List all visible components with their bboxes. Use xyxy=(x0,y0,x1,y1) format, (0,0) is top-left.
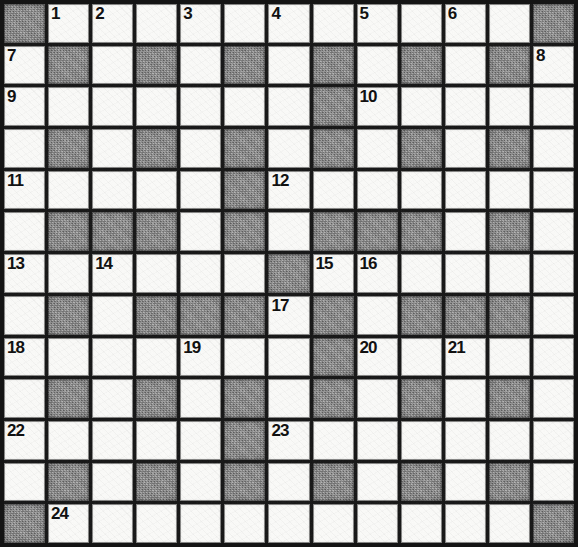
clue-number: 2 xyxy=(95,5,103,23)
crossword-cell[interactable] xyxy=(48,338,89,377)
crossword-cell[interactable] xyxy=(445,379,486,418)
crossword-cell[interactable] xyxy=(92,87,133,126)
crossword-cell[interactable] xyxy=(489,338,530,377)
crossword-cell[interactable] xyxy=(401,171,442,210)
crossword-cell[interactable] xyxy=(180,421,221,460)
crossword-cell[interactable] xyxy=(401,254,442,293)
blocked-cell xyxy=(92,212,133,251)
blocked-cell xyxy=(533,504,574,543)
crossword-cell[interactable] xyxy=(268,212,309,251)
blocked-cell xyxy=(48,46,89,85)
crossword-cell[interactable] xyxy=(92,296,133,335)
crossword-cell[interactable]: 21 xyxy=(445,338,486,377)
crossword-cell[interactable] xyxy=(313,504,354,543)
crossword-cell[interactable] xyxy=(268,87,309,126)
crossword-board: 123456789101112131415161718192021222324 xyxy=(0,0,578,547)
crossword-cell[interactable]: 5 xyxy=(357,4,398,43)
crossword-cell[interactable] xyxy=(533,296,574,335)
crossword-cell[interactable] xyxy=(445,421,486,460)
crossword-cell[interactable] xyxy=(180,254,221,293)
blocked-cell xyxy=(136,463,177,502)
crossword-cell[interactable] xyxy=(357,129,398,168)
clue-number: 15 xyxy=(316,255,333,273)
clue-number: 19 xyxy=(183,339,200,357)
crossword-cell[interactable] xyxy=(92,463,133,502)
crossword-cell[interactable]: 17 xyxy=(268,296,309,335)
clue-number: 17 xyxy=(271,297,288,315)
blocked-cell xyxy=(533,4,574,43)
crossword-cell[interactable] xyxy=(48,87,89,126)
crossword-cell[interactable]: 23 xyxy=(268,421,309,460)
crossword-cell[interactable] xyxy=(92,379,133,418)
clue-number: 20 xyxy=(360,339,377,357)
crossword-cell[interactable] xyxy=(4,463,45,502)
clue-number: 16 xyxy=(360,255,377,273)
crossword-cell[interactable] xyxy=(92,129,133,168)
crossword-cell[interactable] xyxy=(180,46,221,85)
blocked-cell xyxy=(313,212,354,251)
crossword-cell[interactable] xyxy=(357,421,398,460)
crossword-cell[interactable] xyxy=(489,254,530,293)
crossword-cell[interactable]: 16 xyxy=(357,254,398,293)
crossword-cell[interactable] xyxy=(268,338,309,377)
clue-number: 1 xyxy=(51,5,59,23)
crossword-cell[interactable] xyxy=(268,46,309,85)
crossword-cell[interactable]: 13 xyxy=(4,254,45,293)
crossword-cell[interactable] xyxy=(357,463,398,502)
blocked-cell xyxy=(224,296,265,335)
crossword-cell[interactable] xyxy=(533,379,574,418)
blocked-cell xyxy=(489,296,530,335)
blocked-cell xyxy=(445,296,486,335)
crossword-cell[interactable]: 2 xyxy=(92,4,133,43)
clue-number: 22 xyxy=(7,422,24,440)
blocked-cell xyxy=(313,379,354,418)
blocked-cell xyxy=(48,296,89,335)
blocked-cell xyxy=(401,46,442,85)
crossword-cell[interactable]: 14 xyxy=(92,254,133,293)
crossword-cell[interactable] xyxy=(401,87,442,126)
crossword-cell[interactable] xyxy=(224,254,265,293)
crossword-cell[interactable] xyxy=(136,171,177,210)
crossword-cell[interactable] xyxy=(533,129,574,168)
blocked-cell xyxy=(401,463,442,502)
crossword-cell[interactable] xyxy=(357,296,398,335)
crossword-cell[interactable] xyxy=(533,212,574,251)
crossword-cell[interactable]: 19 xyxy=(180,338,221,377)
clue-number: 12 xyxy=(271,172,288,190)
crossword-cell[interactable] xyxy=(533,87,574,126)
blocked-cell xyxy=(489,46,530,85)
crossword-cell[interactable] xyxy=(268,129,309,168)
crossword-cell[interactable] xyxy=(224,504,265,543)
crossword-cell[interactable]: 11 xyxy=(4,171,45,210)
clue-number: 9 xyxy=(7,88,15,106)
blocked-cell xyxy=(489,379,530,418)
crossword-cell[interactable] xyxy=(401,504,442,543)
crossword-cell[interactable] xyxy=(136,87,177,126)
crossword-cell[interactable]: 4 xyxy=(268,4,309,43)
crossword-cell[interactable] xyxy=(180,171,221,210)
blocked-cell xyxy=(48,379,89,418)
blocked-cell xyxy=(48,212,89,251)
crossword-cell[interactable]: 22 xyxy=(4,421,45,460)
crossword-cell[interactable] xyxy=(224,4,265,43)
crossword-cell[interactable] xyxy=(92,338,133,377)
blocked-cell xyxy=(313,87,354,126)
crossword-cell[interactable] xyxy=(136,254,177,293)
blocked-cell xyxy=(401,129,442,168)
crossword-cell[interactable] xyxy=(489,171,530,210)
crossword-cell[interactable] xyxy=(533,463,574,502)
clue-number: 13 xyxy=(7,255,24,273)
blocked-cell xyxy=(4,504,45,543)
crossword-cell[interactable] xyxy=(313,4,354,43)
blocked-cell xyxy=(224,421,265,460)
blocked-cell xyxy=(224,129,265,168)
crossword-cell[interactable] xyxy=(533,338,574,377)
crossword-cell[interactable] xyxy=(445,87,486,126)
crossword-cell[interactable] xyxy=(136,504,177,543)
crossword-cell[interactable] xyxy=(445,504,486,543)
blocked-cell xyxy=(489,463,530,502)
crossword-cell[interactable] xyxy=(401,421,442,460)
crossword-cell[interactable] xyxy=(180,212,221,251)
clue-number: 18 xyxy=(7,339,24,357)
crossword-cell[interactable] xyxy=(48,171,89,210)
clue-number: 3 xyxy=(183,5,191,23)
clue-number: 21 xyxy=(448,339,465,357)
crossword-cell[interactable] xyxy=(92,504,133,543)
crossword-cell[interactable] xyxy=(268,504,309,543)
blocked-cell xyxy=(313,129,354,168)
crossword-cell[interactable]: 7 xyxy=(4,46,45,85)
blocked-cell xyxy=(313,463,354,502)
crossword-cell[interactable]: 6 xyxy=(445,4,486,43)
crossword-cell[interactable] xyxy=(533,254,574,293)
blocked-cell xyxy=(136,129,177,168)
crossword-cell[interactable] xyxy=(136,4,177,43)
crossword-cell[interactable] xyxy=(4,379,45,418)
blocked-cell xyxy=(136,379,177,418)
crossword-cell[interactable] xyxy=(533,421,574,460)
crossword-cell[interactable] xyxy=(224,338,265,377)
crossword-cell[interactable] xyxy=(180,87,221,126)
crossword-cell[interactable] xyxy=(489,421,530,460)
crossword-cell[interactable] xyxy=(180,379,221,418)
blocked-cell xyxy=(136,46,177,85)
crossword-cell[interactable]: 24 xyxy=(48,504,89,543)
crossword-cell[interactable]: 18 xyxy=(4,338,45,377)
blocked-cell xyxy=(224,212,265,251)
blocked-cell xyxy=(4,4,45,43)
blocked-cell xyxy=(401,296,442,335)
crossword-cell[interactable] xyxy=(357,379,398,418)
crossword-cell[interactable] xyxy=(224,87,265,126)
clue-number: 5 xyxy=(360,5,368,23)
crossword-cell[interactable] xyxy=(313,171,354,210)
crossword-cell[interactable] xyxy=(136,338,177,377)
clue-number: 8 xyxy=(536,47,544,65)
crossword-cell[interactable] xyxy=(445,46,486,85)
blocked-cell xyxy=(180,296,221,335)
blocked-cell xyxy=(224,171,265,210)
crossword-cell[interactable] xyxy=(48,421,89,460)
blocked-cell xyxy=(136,296,177,335)
crossword-cell[interactable]: 3 xyxy=(180,4,221,43)
crossword-cell[interactable] xyxy=(313,421,354,460)
blocked-cell xyxy=(313,338,354,377)
blocked-cell xyxy=(313,296,354,335)
blocked-cell xyxy=(489,212,530,251)
crossword-cell[interactable]: 15 xyxy=(313,254,354,293)
blocked-cell xyxy=(313,46,354,85)
clue-number: 23 xyxy=(271,422,288,440)
crossword-cell[interactable] xyxy=(445,171,486,210)
crossword-cell[interactable] xyxy=(401,4,442,43)
crossword-cell[interactable] xyxy=(445,463,486,502)
clue-number: 14 xyxy=(95,255,112,273)
crossword-cell[interactable] xyxy=(92,46,133,85)
crossword-cell[interactable] xyxy=(489,504,530,543)
crossword-cell[interactable] xyxy=(445,254,486,293)
clue-number: 6 xyxy=(448,5,456,23)
clue-number: 10 xyxy=(360,88,377,106)
crossword-cell[interactable] xyxy=(489,4,530,43)
crossword-cell[interactable] xyxy=(445,129,486,168)
crossword-cell[interactable]: 1 xyxy=(48,4,89,43)
crossword-cell[interactable]: 8 xyxy=(533,46,574,85)
crossword-cell[interactable] xyxy=(357,504,398,543)
clue-number: 24 xyxy=(51,505,68,523)
blocked-cell xyxy=(224,46,265,85)
crossword-cell[interactable] xyxy=(4,212,45,251)
crossword-cell[interactable] xyxy=(489,87,530,126)
crossword-cell[interactable] xyxy=(401,338,442,377)
blocked-cell xyxy=(224,463,265,502)
crossword-cell[interactable] xyxy=(180,129,221,168)
blocked-cell xyxy=(268,254,309,293)
crossword-cell[interactable] xyxy=(48,254,89,293)
crossword-cell[interactable] xyxy=(4,129,45,168)
crossword-cell[interactable] xyxy=(533,171,574,210)
blocked-cell xyxy=(48,463,89,502)
blocked-cell xyxy=(401,379,442,418)
clue-number: 7 xyxy=(7,47,15,65)
crossword-cell[interactable]: 10 xyxy=(357,87,398,126)
crossword-cell[interactable] xyxy=(92,171,133,210)
crossword-cell[interactable] xyxy=(357,171,398,210)
crossword-cell[interactable] xyxy=(180,504,221,543)
crossword-cell[interactable] xyxy=(92,421,133,460)
crossword-cell[interactable]: 20 xyxy=(357,338,398,377)
crossword-cell[interactable] xyxy=(180,463,221,502)
crossword-cell[interactable]: 9 xyxy=(4,87,45,126)
blocked-cell xyxy=(489,129,530,168)
crossword-cell[interactable]: 12 xyxy=(268,171,309,210)
clue-number: 11 xyxy=(7,172,23,190)
crossword-cell[interactable] xyxy=(4,296,45,335)
clue-number: 4 xyxy=(271,5,279,23)
blocked-cell xyxy=(401,212,442,251)
crossword-cell[interactable] xyxy=(357,46,398,85)
blocked-cell xyxy=(136,212,177,251)
crossword-cell[interactable] xyxy=(136,421,177,460)
blocked-cell xyxy=(48,129,89,168)
crossword-cell[interactable] xyxy=(445,212,486,251)
crossword-cell[interactable] xyxy=(268,379,309,418)
crossword-cell[interactable] xyxy=(268,463,309,502)
blocked-cell xyxy=(224,379,265,418)
blocked-cell xyxy=(357,212,398,251)
